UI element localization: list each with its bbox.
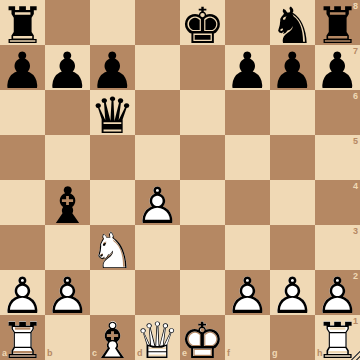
piece-white-queen[interactable]: ♛♕ bbox=[135, 315, 180, 360]
king-glyph-outline: ♔ bbox=[180, 316, 225, 361]
square-e2[interactable] bbox=[180, 270, 225, 315]
square-h4[interactable]: 4 bbox=[315, 180, 360, 225]
piece-black-pawn[interactable]: ♟ bbox=[315, 45, 360, 90]
pawn-glyph-outline: ♙ bbox=[225, 271, 270, 321]
square-c2[interactable] bbox=[90, 270, 135, 315]
square-c1[interactable]: ♝♗c bbox=[90, 315, 135, 360]
knight-glyph-fill: ♞ bbox=[90, 226, 135, 276]
square-h2[interactable]: ♟♙2 bbox=[315, 270, 360, 315]
king-glyph-fill: ♚ bbox=[180, 316, 225, 361]
square-a4[interactable] bbox=[0, 180, 45, 225]
square-f7[interactable]: ♟ bbox=[225, 45, 270, 90]
square-d5[interactable] bbox=[135, 135, 180, 180]
square-a7[interactable]: ♟ bbox=[0, 45, 45, 90]
square-a2[interactable]: ♟♙ bbox=[0, 270, 45, 315]
pawn-glyph-outline: ♙ bbox=[270, 271, 315, 321]
pawn-glyph-fill: ♟ bbox=[270, 46, 315, 96]
square-a8[interactable]: ♜ bbox=[0, 0, 45, 45]
pawn-glyph-outline: ♙ bbox=[0, 271, 45, 321]
piece-white-pawn[interactable]: ♟♙ bbox=[45, 270, 90, 315]
square-h3[interactable]: 3 bbox=[315, 225, 360, 270]
pawn-glyph-outline: ♙ bbox=[135, 181, 180, 231]
chess-board: ♜♚♞♜8♟♟♟♟♟♟7♛65♝♟♙4♞♘3♟♙♟♙♟♙♟♙♟♙2♜♖ab♝♗c… bbox=[0, 0, 360, 360]
square-e5[interactable] bbox=[180, 135, 225, 180]
square-e3[interactable] bbox=[180, 225, 225, 270]
rook-glyph-outline: ♖ bbox=[315, 316, 360, 361]
square-f3[interactable] bbox=[225, 225, 270, 270]
piece-white-bishop[interactable]: ♝♗ bbox=[90, 315, 135, 360]
square-d8[interactable] bbox=[135, 0, 180, 45]
square-b3[interactable] bbox=[45, 225, 90, 270]
pawn-glyph-fill: ♟ bbox=[135, 181, 180, 231]
piece-white-pawn[interactable]: ♟♙ bbox=[270, 270, 315, 315]
pawn-glyph-fill: ♟ bbox=[90, 46, 135, 96]
rook-glyph-fill: ♜ bbox=[0, 1, 45, 51]
square-e8[interactable]: ♚ bbox=[180, 0, 225, 45]
square-d4[interactable]: ♟♙ bbox=[135, 180, 180, 225]
bishop-glyph-fill: ♝ bbox=[90, 316, 135, 361]
coord-rank-3: 3 bbox=[353, 227, 358, 236]
square-g2[interactable]: ♟♙ bbox=[270, 270, 315, 315]
square-c6[interactable]: ♛ bbox=[90, 90, 135, 135]
coord-file-b: b bbox=[47, 349, 53, 358]
square-a1[interactable]: ♜♖a bbox=[0, 315, 45, 360]
coord-rank-5: 5 bbox=[353, 137, 358, 146]
knight-glyph-fill: ♞ bbox=[270, 1, 315, 51]
piece-white-rook[interactable]: ♜♖ bbox=[0, 315, 45, 360]
square-g6[interactable] bbox=[270, 90, 315, 135]
square-f8[interactable] bbox=[225, 0, 270, 45]
square-f4[interactable] bbox=[225, 180, 270, 225]
rook-glyph-outline: ♖ bbox=[0, 316, 45, 361]
piece-black-rook[interactable]: ♜ bbox=[0, 0, 45, 45]
queen-glyph-fill: ♛ bbox=[90, 91, 135, 141]
square-c5[interactable] bbox=[90, 135, 135, 180]
piece-black-pawn[interactable]: ♟ bbox=[45, 45, 90, 90]
piece-white-pawn[interactable]: ♟♙ bbox=[0, 270, 45, 315]
piece-white-rook[interactable]: ♜♖ bbox=[315, 315, 360, 360]
square-d7[interactable] bbox=[135, 45, 180, 90]
piece-black-knight[interactable]: ♞ bbox=[270, 0, 315, 45]
piece-black-pawn[interactable]: ♟ bbox=[270, 45, 315, 90]
square-f6[interactable] bbox=[225, 90, 270, 135]
square-e1[interactable]: ♚♔e bbox=[180, 315, 225, 360]
piece-white-pawn[interactable]: ♟♙ bbox=[315, 270, 360, 315]
square-h5[interactable]: 5 bbox=[315, 135, 360, 180]
square-g4[interactable] bbox=[270, 180, 315, 225]
coord-rank-4: 4 bbox=[353, 182, 358, 191]
square-h1[interactable]: ♜♖1h bbox=[315, 315, 360, 360]
square-b4[interactable]: ♝ bbox=[45, 180, 90, 225]
piece-black-rook[interactable]: ♜ bbox=[315, 0, 360, 45]
pawn-glyph-fill: ♟ bbox=[225, 271, 270, 321]
pawn-glyph-outline: ♙ bbox=[45, 271, 90, 321]
king-glyph-fill: ♚ bbox=[180, 1, 225, 51]
square-d6[interactable] bbox=[135, 90, 180, 135]
piece-black-pawn[interactable]: ♟ bbox=[90, 45, 135, 90]
pawn-glyph-outline: ♙ bbox=[315, 271, 360, 321]
pawn-glyph-fill: ♟ bbox=[45, 271, 90, 321]
piece-black-pawn[interactable]: ♟ bbox=[0, 45, 45, 90]
coord-file-f: f bbox=[227, 349, 230, 358]
pawn-glyph-fill: ♟ bbox=[225, 46, 270, 96]
piece-white-pawn[interactable]: ♟♙ bbox=[225, 270, 270, 315]
square-g7[interactable]: ♟ bbox=[270, 45, 315, 90]
pawn-glyph-fill: ♟ bbox=[0, 271, 45, 321]
square-g1[interactable]: g bbox=[270, 315, 315, 360]
square-b5[interactable] bbox=[45, 135, 90, 180]
knight-glyph-outline: ♘ bbox=[90, 226, 135, 276]
bishop-glyph-outline: ♗ bbox=[90, 316, 135, 361]
square-a6[interactable] bbox=[0, 90, 45, 135]
piece-black-pawn[interactable]: ♟ bbox=[225, 45, 270, 90]
square-f5[interactable] bbox=[225, 135, 270, 180]
piece-white-knight[interactable]: ♞♘ bbox=[90, 225, 135, 270]
square-g3[interactable] bbox=[270, 225, 315, 270]
square-c7[interactable]: ♟ bbox=[90, 45, 135, 90]
rook-glyph-fill: ♜ bbox=[315, 316, 360, 361]
queen-glyph-outline: ♕ bbox=[135, 316, 180, 361]
queen-glyph-fill: ♛ bbox=[135, 316, 180, 361]
square-c4[interactable] bbox=[90, 180, 135, 225]
square-f2[interactable]: ♟♙ bbox=[225, 270, 270, 315]
pawn-glyph-fill: ♟ bbox=[315, 46, 360, 96]
rook-glyph-fill: ♜ bbox=[0, 316, 45, 361]
square-f1[interactable]: f bbox=[225, 315, 270, 360]
piece-white-king[interactable]: ♚♔ bbox=[180, 315, 225, 360]
piece-black-bishop[interactable]: ♝ bbox=[45, 180, 90, 225]
square-c8[interactable] bbox=[90, 0, 135, 45]
square-a3[interactable] bbox=[0, 225, 45, 270]
piece-white-pawn[interactable]: ♟♙ bbox=[135, 180, 180, 225]
square-d2[interactable] bbox=[135, 270, 180, 315]
square-b1[interactable]: b bbox=[45, 315, 90, 360]
pawn-glyph-fill: ♟ bbox=[0, 46, 45, 96]
square-b2[interactable]: ♟♙ bbox=[45, 270, 90, 315]
piece-black-queen[interactable]: ♛ bbox=[90, 90, 135, 135]
bishop-glyph-fill: ♝ bbox=[45, 181, 90, 231]
pawn-glyph-fill: ♟ bbox=[315, 271, 360, 321]
square-b8[interactable] bbox=[45, 0, 90, 45]
rook-glyph-fill: ♜ bbox=[315, 1, 360, 51]
coord-rank-6: 6 bbox=[353, 92, 358, 101]
square-d3[interactable] bbox=[135, 225, 180, 270]
square-a5[interactable] bbox=[0, 135, 45, 180]
pawn-glyph-fill: ♟ bbox=[45, 46, 90, 96]
square-g5[interactable] bbox=[270, 135, 315, 180]
piece-black-king[interactable]: ♚ bbox=[180, 0, 225, 45]
square-c3[interactable]: ♞♘ bbox=[90, 225, 135, 270]
square-h7[interactable]: ♟7 bbox=[315, 45, 360, 90]
square-b6[interactable] bbox=[45, 90, 90, 135]
square-h8[interactable]: ♜8 bbox=[315, 0, 360, 45]
square-e7[interactable] bbox=[180, 45, 225, 90]
coord-file-g: g bbox=[272, 349, 278, 358]
square-e6[interactable] bbox=[180, 90, 225, 135]
pawn-glyph-fill: ♟ bbox=[270, 271, 315, 321]
square-e4[interactable] bbox=[180, 180, 225, 225]
square-b7[interactable]: ♟ bbox=[45, 45, 90, 90]
square-h6[interactable]: 6 bbox=[315, 90, 360, 135]
square-d1[interactable]: ♛♕d bbox=[135, 315, 180, 360]
square-g8[interactable]: ♞ bbox=[270, 0, 315, 45]
